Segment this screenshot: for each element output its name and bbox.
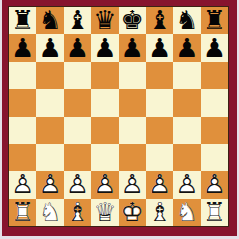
square-g6[interactable] <box>173 62 200 89</box>
piece-white-queen[interactable]: ♛♕ <box>91 199 118 226</box>
piece-white-pawn[interactable]: ♟♙ <box>64 171 91 198</box>
piece-white-pawn[interactable]: ♟♙ <box>9 171 36 198</box>
square-b5[interactable] <box>36 89 63 116</box>
square-b8[interactable]: ♞ <box>36 7 63 34</box>
square-e5[interactable] <box>119 89 146 116</box>
white-pawn-outline-icon: ♙ <box>64 171 91 198</box>
piece-black-pawn[interactable]: ♟ <box>64 34 91 61</box>
black-knight-icon: ♞ <box>173 7 200 34</box>
piece-black-pawn[interactable]: ♟ <box>119 34 146 61</box>
piece-black-pawn[interactable]: ♟ <box>91 34 118 61</box>
square-f2[interactable]: ♟♙ <box>146 171 173 198</box>
square-c7[interactable]: ♟ <box>64 34 91 61</box>
black-pawn-icon: ♟ <box>91 34 118 61</box>
square-h2[interactable]: ♟♙ <box>201 171 228 198</box>
square-a4[interactable] <box>9 117 36 144</box>
black-pawn-icon: ♟ <box>146 34 173 61</box>
square-e2[interactable]: ♟♙ <box>119 171 146 198</box>
square-g7[interactable]: ♟ <box>173 34 200 61</box>
square-h6[interactable] <box>201 62 228 89</box>
square-e6[interactable] <box>119 62 146 89</box>
square-b6[interactable] <box>36 62 63 89</box>
white-king-outline-icon: ♔ <box>119 199 146 226</box>
square-b1[interactable]: ♞♘ <box>36 199 63 226</box>
piece-white-rook[interactable]: ♜♖ <box>201 199 228 226</box>
black-pawn-icon: ♟ <box>201 34 228 61</box>
piece-white-rook[interactable]: ♜♖ <box>9 199 36 226</box>
square-d3[interactable] <box>91 144 118 171</box>
square-h5[interactable] <box>201 89 228 116</box>
piece-white-pawn[interactable]: ♟♙ <box>119 171 146 198</box>
square-g8[interactable]: ♞ <box>173 7 200 34</box>
board-frame: ♜♞♝♛♚♝♞♜♟♟♟♟♟♟♟♟♟♙♟♙♟♙♟♙♟♙♟♙♟♙♟♙♜♖♞♘♝♗♛♕… <box>2 0 237 236</box>
square-c5[interactable] <box>64 89 91 116</box>
piece-black-pawn[interactable]: ♟ <box>201 34 228 61</box>
white-knight-outline-icon: ♘ <box>173 199 200 226</box>
piece-white-pawn[interactable]: ♟♙ <box>146 171 173 198</box>
square-a2[interactable]: ♟♙ <box>9 171 36 198</box>
square-c2[interactable]: ♟♙ <box>64 171 91 198</box>
black-queen-icon: ♛ <box>91 7 118 34</box>
square-b7[interactable]: ♟ <box>36 34 63 61</box>
square-f4[interactable] <box>146 117 173 144</box>
square-f3[interactable] <box>146 144 173 171</box>
square-h3[interactable] <box>201 144 228 171</box>
black-pawn-icon: ♟ <box>173 34 200 61</box>
square-f7[interactable]: ♟ <box>146 34 173 61</box>
square-d8[interactable]: ♛ <box>91 7 118 34</box>
square-f5[interactable] <box>146 89 173 116</box>
square-d2[interactable]: ♟♙ <box>91 171 118 198</box>
piece-white-pawn[interactable]: ♟♙ <box>36 171 63 198</box>
white-bishop-outline-icon: ♗ <box>146 199 173 226</box>
piece-white-pawn[interactable]: ♟♙ <box>173 171 200 198</box>
piece-black-pawn[interactable]: ♟ <box>173 34 200 61</box>
square-h8[interactable]: ♜ <box>201 7 228 34</box>
white-queen-outline-icon: ♕ <box>91 199 118 226</box>
board-border: ♜♞♝♛♚♝♞♜♟♟♟♟♟♟♟♟♟♙♟♙♟♙♟♙♟♙♟♙♟♙♟♙♜♖♞♘♝♗♛♕… <box>8 6 229 227</box>
square-d7[interactable]: ♟ <box>91 34 118 61</box>
square-b2[interactable]: ♟♙ <box>36 171 63 198</box>
white-pawn-outline-icon: ♙ <box>9 171 36 198</box>
black-pawn-icon: ♟ <box>64 34 91 61</box>
square-b4[interactable] <box>36 117 63 144</box>
square-g4[interactable] <box>173 117 200 144</box>
square-g1[interactable]: ♞♘ <box>173 199 200 226</box>
square-d4[interactable] <box>91 117 118 144</box>
square-f8[interactable]: ♝ <box>146 7 173 34</box>
piece-white-bishop[interactable]: ♝♗ <box>64 199 91 226</box>
piece-black-pawn[interactable]: ♟ <box>36 34 63 61</box>
piece-white-knight[interactable]: ♞♘ <box>173 199 200 226</box>
square-d1[interactable]: ♛♕ <box>91 199 118 226</box>
square-d5[interactable] <box>91 89 118 116</box>
piece-white-knight[interactable]: ♞♘ <box>36 199 63 226</box>
square-h1[interactable]: ♜♖ <box>201 199 228 226</box>
white-pawn-outline-icon: ♙ <box>36 171 63 198</box>
black-pawn-icon: ♟ <box>36 34 63 61</box>
piece-black-knight[interactable]: ♞ <box>36 7 63 34</box>
square-f6[interactable] <box>146 62 173 89</box>
square-h4[interactable] <box>201 117 228 144</box>
piece-black-rook[interactable]: ♜ <box>201 7 228 34</box>
piece-black-queen[interactable]: ♛ <box>91 7 118 34</box>
white-rook-outline-icon: ♖ <box>201 199 228 226</box>
square-h7[interactable]: ♟ <box>201 34 228 61</box>
square-e8[interactable]: ♚ <box>119 7 146 34</box>
square-e4[interactable] <box>119 117 146 144</box>
black-knight-icon: ♞ <box>36 7 63 34</box>
piece-black-king[interactable]: ♚ <box>119 7 146 34</box>
square-a8[interactable]: ♜ <box>9 7 36 34</box>
square-b3[interactable] <box>36 144 63 171</box>
square-c8[interactable]: ♝ <box>64 7 91 34</box>
piece-black-pawn[interactable]: ♟ <box>146 34 173 61</box>
square-c1[interactable]: ♝♗ <box>64 199 91 226</box>
black-pawn-icon: ♟ <box>9 34 36 61</box>
square-e3[interactable] <box>119 144 146 171</box>
black-bishop-icon: ♝ <box>64 7 91 34</box>
square-a5[interactable] <box>9 89 36 116</box>
square-a7[interactable]: ♟ <box>9 34 36 61</box>
square-c6[interactable] <box>64 62 91 89</box>
square-a6[interactable] <box>9 62 36 89</box>
square-f1[interactable]: ♝♗ <box>146 199 173 226</box>
white-pawn-outline-icon: ♙ <box>119 171 146 198</box>
piece-white-bishop[interactable]: ♝♗ <box>146 199 173 226</box>
square-e7[interactable]: ♟ <box>119 34 146 61</box>
square-g5[interactable] <box>173 89 200 116</box>
white-pawn-outline-icon: ♙ <box>91 171 118 198</box>
square-g3[interactable] <box>173 144 200 171</box>
piece-black-bishop[interactable]: ♝ <box>64 7 91 34</box>
square-g2[interactable]: ♟♙ <box>173 171 200 198</box>
square-c3[interactable] <box>64 144 91 171</box>
square-a3[interactable] <box>9 144 36 171</box>
piece-white-pawn[interactable]: ♟♙ <box>201 171 228 198</box>
piece-black-rook[interactable]: ♜ <box>9 7 36 34</box>
piece-white-king[interactable]: ♚♔ <box>119 199 146 226</box>
white-pawn-outline-icon: ♙ <box>173 171 200 198</box>
piece-black-pawn[interactable]: ♟ <box>9 34 36 61</box>
black-rook-icon: ♜ <box>9 7 36 34</box>
black-pawn-icon: ♟ <box>119 34 146 61</box>
black-bishop-icon: ♝ <box>146 7 173 34</box>
square-c4[interactable] <box>64 117 91 144</box>
page-background: ♜♞♝♛♚♝♞♜♟♟♟♟♟♟♟♟♟♙♟♙♟♙♟♙♟♙♟♙♟♙♟♙♜♖♞♘♝♗♛♕… <box>0 0 239 239</box>
white-rook-outline-icon: ♖ <box>9 199 36 226</box>
black-rook-icon: ♜ <box>201 7 228 34</box>
white-knight-outline-icon: ♘ <box>36 199 63 226</box>
chess-board: ♜♞♝♛♚♝♞♜♟♟♟♟♟♟♟♟♟♙♟♙♟♙♟♙♟♙♟♙♟♙♟♙♜♖♞♘♝♗♛♕… <box>9 7 228 226</box>
black-king-icon: ♚ <box>119 7 146 34</box>
piece-white-pawn[interactable]: ♟♙ <box>91 171 118 198</box>
square-a1[interactable]: ♜♖ <box>9 199 36 226</box>
white-pawn-outline-icon: ♙ <box>201 171 228 198</box>
piece-black-bishop[interactable]: ♝ <box>146 7 173 34</box>
white-bishop-outline-icon: ♗ <box>64 199 91 226</box>
square-e1[interactable]: ♚♔ <box>119 199 146 226</box>
square-d6[interactable] <box>91 62 118 89</box>
piece-black-knight[interactable]: ♞ <box>173 7 200 34</box>
white-pawn-outline-icon: ♙ <box>146 171 173 198</box>
